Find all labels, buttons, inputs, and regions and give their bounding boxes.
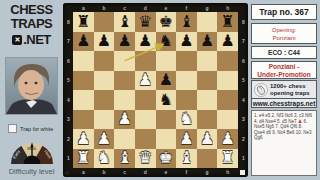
square-g4[interactable] [197,90,218,110]
piece-black-knight: ♞ [159,92,173,108]
file-label-g: g [197,168,218,176]
rank-label-8: 8 [239,12,248,32]
piece-black-pawn: ♟ [159,72,173,88]
square-c8[interactable]: ♝ [114,12,135,32]
file-label-h: h [217,168,238,176]
move-list-box: 1. e4 e5 2. Nf3 Nc6 3. c3 Nf6 4. d4 Nxe4… [251,110,317,176]
file-label-e: e [156,168,177,176]
file-label-a: a [73,168,94,176]
rank-label-7: 7 [239,32,248,52]
rank-label-5: 5 [64,71,73,91]
mouse-icon [252,82,270,98]
square-a1[interactable]: ♜ [73,149,94,169]
file-labels-top: abcdefgh [73,4,238,12]
square-h2[interactable]: ♟ [217,129,238,149]
logo-line2: TRAPS [0,17,63,31]
logo-net-text: .NET [23,33,51,47]
crossed-square-icon: ✕ [12,35,22,45]
logo-line3: ✕ .NET [12,33,51,47]
rank-label-3: 3 [64,110,73,130]
square-b7[interactable]: ♟ [94,32,115,52]
piece-black-queen: ♛ [138,14,152,30]
square-d7[interactable]: ♟ [135,32,156,52]
square-b3[interactable] [94,110,115,130]
square-a2[interactable]: ♟ [73,129,94,149]
square-a4[interactable] [73,90,94,110]
square-c3[interactable]: ♟ [114,110,135,130]
square-e4[interactable]: ♞ [156,90,177,110]
square-f1[interactable]: ♝ [176,149,197,169]
square-d4[interactable] [135,90,156,110]
square-b1[interactable]: ♞ [94,149,115,169]
square-a5[interactable] [73,71,94,91]
square-d1[interactable]: ♛ [135,149,156,169]
rank-label-6: 6 [64,51,73,71]
difficulty-level-label: Difficulty level [0,167,63,176]
piece-white-knight: ♞ [179,111,193,127]
badge-text: 1200+ chess opening traps [270,83,310,97]
rank-labels-left: 87654321 [64,12,73,168]
piece-black-rook: ♜ [221,14,235,30]
trap-for-white-label: Trap for white [20,126,53,132]
square-e1[interactable]: ♚ [156,149,177,169]
square-b5[interactable] [94,71,115,91]
eco-code-box: ECO : C44 [251,46,317,59]
square-g6[interactable] [197,51,218,71]
square-c5[interactable] [114,71,135,91]
square-g2[interactable]: ♟ [197,129,218,149]
file-label-f: f [176,168,197,176]
file-label-d: d [135,4,156,12]
rank-labels-right: 87654321 [239,12,248,168]
file-label-b: b [94,4,115,12]
piece-white-pawn: ♟ [221,131,235,147]
square-b8[interactable] [94,12,115,32]
square-h1[interactable]: ♜ [217,149,238,169]
square-d6[interactable] [135,51,156,71]
opening-name: Ponziani [252,34,316,42]
variation-line1: Ponziani - [252,63,316,71]
piece-black-pawn: ♟ [138,33,152,49]
piece-white-rook: ♜ [221,150,235,166]
badge-line1: 1200+ chess [270,83,310,90]
piece-black-pawn: ♟ [117,33,131,49]
square-g1[interactable] [197,149,218,169]
file-label-h: h [217,4,238,12]
chesstraps-logo: CHESS TRAPS ✕ .NET [0,3,63,47]
rank-label-1: 1 [239,149,248,169]
website-link[interactable]: www.chesstraps.net [252,99,316,109]
difficulty-gauge: Easy Med. Hard [7,138,57,166]
square-e6[interactable] [156,51,177,71]
square-f2[interactable]: ♟ [176,129,197,149]
square-f8[interactable]: ♝ [176,12,197,32]
board-corner-icon: ◌ [65,169,69,177]
square-g8[interactable] [197,12,218,32]
info-panel: Trap no. 367 Opening: Ponziani ECO : C44… [251,0,317,180]
rank-label-4: 4 [239,90,248,110]
rank-label-6: 6 [239,51,248,71]
piece-black-pawn: ♟ [76,33,90,49]
square-c4[interactable] [114,90,135,110]
square-f6[interactable] [176,51,197,71]
piece-black-pawn: ♟ [200,33,214,49]
red-piece-marker: ♟ [298,118,302,124]
square-e7[interactable]: ♞ [156,32,177,52]
file-label-g: g [197,4,218,12]
file-label-c: c [114,168,135,176]
rank-label-1: 1 [64,149,73,169]
square-e8[interactable]: ♚ [156,12,177,32]
square-c7[interactable]: ♟ [114,32,135,52]
file-label-b: b [94,168,115,176]
square-g5[interactable] [197,71,218,91]
square-c1[interactable]: ♝ [114,149,135,169]
piece-white-king: ♚ [159,150,173,166]
variation-line2: Under-Promotion [252,71,316,79]
square-c2[interactable] [114,129,135,149]
file-labels-bottom: abcdefgh [73,168,238,176]
square-d3[interactable] [135,110,156,130]
file-label-d: d [135,168,156,176]
square-g7[interactable]: ♟ [197,32,218,52]
file-label-f: f [176,4,197,12]
rank-label-2: 2 [64,129,73,149]
opening-box: Opening: Ponziani [251,23,317,44]
piece-white-bishop: ♝ [179,150,193,166]
trap-for-white-checkbox[interactable] [8,124,17,133]
rank-label-3: 3 [239,110,248,130]
square-f3[interactable]: ♞ [176,110,197,130]
badge-line2: opening traps [270,90,310,97]
piece-black-bishop: ♝ [117,14,131,30]
piece-white-pawn: ♟ [117,111,131,127]
square-e3[interactable] [156,110,177,130]
piece-white-pawn: ♟ [179,131,193,147]
rank-label-8: 8 [64,12,73,32]
square-d2[interactable] [135,129,156,149]
square-b2[interactable]: ♟ [94,129,115,149]
left-sidebar: CHESS TRAPS ✕ .NET Trap for white [0,0,63,180]
rank-label-2: 2 [239,129,248,149]
square-e5[interactable]: ♟ [156,71,177,91]
square-c6[interactable] [114,51,135,71]
piece-black-pawn: ♟ [221,33,235,49]
square-h4[interactable] [217,90,238,110]
variation-box: Ponziani - Under-Promotion [251,61,317,79]
rank-label-4: 4 [64,90,73,110]
square-g3[interactable] [197,110,218,130]
square-h6[interactable] [217,51,238,71]
promo-badge: 1200+ chess opening traps www.chesstraps… [251,80,317,108]
square-a3[interactable] [73,110,94,130]
piece-black-knight: ♞ [159,33,173,49]
piece-black-pawn: ♟ [97,33,111,49]
square-d8[interactable]: ♛ [135,12,156,32]
piece-white-pawn: ♟ [97,131,111,147]
square-f5[interactable] [176,71,197,91]
square-a8[interactable]: ♜ [73,12,94,32]
square-f7[interactable]: ♟ [176,32,197,52]
piece-white-rook: ♜ [76,150,90,166]
square-f4[interactable] [176,90,197,110]
chess-board: abcdefgh abcdefgh 87654321 87654321 ♜♝♛♚… [63,3,248,177]
square-b4[interactable] [94,90,115,110]
piece-black-rook: ♜ [76,14,90,30]
square-a7[interactable]: ♟ [73,32,94,52]
opening-label: Opening: [252,26,316,34]
presenter-photo [5,57,58,115]
square-e2[interactable] [156,129,177,149]
white-to-move-indicator [240,170,245,175]
file-label-c: c [114,4,135,12]
file-label-a: a [73,4,94,12]
piece-white-queen: ♛ [138,150,152,166]
piece-black-bishop: ♝ [179,14,193,30]
logo-line1: CHESS [0,3,63,17]
piece-white-pawn: ♟ [200,131,214,147]
square-b6[interactable] [94,51,115,71]
badge-top-row: 1200+ chess opening traps [252,81,316,99]
piece-white-knight: ♞ [97,150,111,166]
rank-label-5: 5 [239,71,248,91]
square-h5[interactable] [217,71,238,91]
rank-label-7: 7 [64,32,73,52]
piece-white-pawn: ♟ [76,131,90,147]
file-label-e: e [156,4,177,12]
square-h3[interactable] [217,110,238,130]
piece-black-pawn: ♟ [179,33,193,49]
square-h7[interactable]: ♟ [217,32,238,52]
board-grid: ♜♝♛♚♝♜♟♟♟♟♞♟♟♟♟♟♞♟♞♟♟♟♟♟♜♞♝♛♚♝♜ [73,12,238,168]
square-a6[interactable] [73,51,94,71]
square-h8[interactable]: ♜ [217,12,238,32]
trap-for-white-row: Trap for white [8,124,63,133]
trap-number-box: Trap no. 367 [251,4,317,20]
piece-black-king: ♚ [159,14,173,30]
square-d5[interactable]: ♟ [135,71,156,91]
piece-white-pawn: ♟ [138,72,152,88]
piece-white-bishop: ♝ [117,150,131,166]
